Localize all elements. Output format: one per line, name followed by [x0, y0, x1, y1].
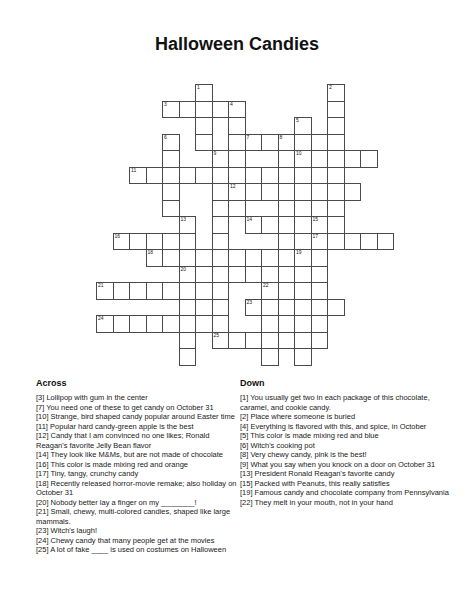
grid-cell[interactable] [261, 266, 279, 284]
grid-cell[interactable] [311, 167, 329, 185]
grid-cell[interactable] [179, 233, 197, 251]
grid-cell[interactable] [278, 233, 296, 251]
grid-cell[interactable] [311, 315, 329, 333]
grid-cell[interactable]: 8 [278, 134, 296, 152]
grid-cell[interactable] [327, 117, 345, 135]
grid-cell[interactable] [179, 167, 197, 185]
grid-cell[interactable]: 14 [245, 216, 263, 234]
grid-cell[interactable]: 15 [311, 216, 329, 234]
grid-cell[interactable] [311, 134, 329, 152]
grid-cell[interactable] [212, 282, 230, 300]
clue-number: 21 [98, 283, 104, 288]
clue: [4] Everything is flavored with this, an… [240, 422, 454, 432]
grid-cell[interactable]: 1 [195, 84, 213, 102]
clue: [17] Tiny, tangy, crunchy candy [36, 469, 241, 479]
grid-cell[interactable] [311, 332, 329, 350]
grid-cell[interactable] [327, 299, 345, 317]
clue-number: 25 [214, 333, 220, 338]
clue-number: 18 [148, 250, 154, 255]
grid-cell[interactable] [278, 200, 296, 218]
grid-cell[interactable] [294, 134, 312, 152]
grid-cell[interactable] [212, 249, 230, 267]
clue: [18] Recently released horror-movie rema… [36, 479, 241, 498]
clue: [15] Packed with Peanuts, this really sa… [240, 479, 454, 489]
grid-cell[interactable] [179, 348, 197, 366]
grid-cell[interactable] [245, 249, 263, 267]
grid-cell[interactable] [294, 266, 312, 284]
clue-number: 19 [296, 250, 302, 255]
grid-cell[interactable] [228, 249, 246, 267]
grid-cell[interactable] [278, 249, 296, 267]
grid-cell[interactable] [294, 332, 312, 350]
clue-number: 3 [164, 102, 167, 107]
grid-cell[interactable] [294, 282, 312, 300]
clue-number: 1 [197, 85, 200, 90]
grid-cell[interactable] [278, 183, 296, 201]
clue: [3] Lollipop with gum in the center [36, 393, 241, 403]
grid-cell[interactable] [278, 332, 296, 350]
grid-cell[interactable]: 20 [179, 266, 197, 284]
grid-cell[interactable] [294, 348, 312, 366]
clue: [7] You need one of these to get candy o… [36, 403, 241, 413]
grid-cell[interactable] [212, 299, 230, 317]
clue: [10] Strange, bird shaped candy popular … [36, 412, 241, 422]
grid-cell[interactable] [212, 101, 230, 119]
grid-cell[interactable]: 21 [96, 282, 114, 300]
grid-cell[interactable] [327, 216, 345, 234]
clue: [24] Chewy candy that many people get at… [36, 536, 241, 546]
grid-cell[interactable]: 9 [212, 150, 230, 168]
grid-cell[interactable] [228, 266, 246, 284]
grid-cell[interactable] [327, 200, 345, 218]
grid-cell[interactable] [195, 167, 213, 185]
grid-cell[interactable] [344, 183, 362, 201]
clue-number: 15 [313, 217, 319, 222]
grid-cell[interactable]: 10 [294, 150, 312, 168]
grid-cell[interactable] [179, 249, 197, 267]
grid-cell[interactable]: 13 [179, 216, 197, 234]
grid-cell[interactable] [311, 266, 329, 284]
grid-cell[interactable] [179, 332, 197, 350]
grid-cell[interactable] [195, 101, 213, 119]
grid-cell[interactable] [327, 233, 345, 251]
grid-cell[interactable] [228, 200, 246, 218]
grid-cell[interactable] [162, 183, 180, 201]
grid-cell[interactable] [278, 150, 296, 168]
grid-cell[interactable] [245, 266, 263, 284]
grid-cell[interactable]: 11 [129, 167, 147, 185]
grid-cell[interactable] [195, 117, 213, 135]
grid-cell[interactable] [294, 299, 312, 317]
clue: [9] What you say when you knock on a doo… [240, 460, 454, 470]
grid-cell[interactable] [261, 315, 279, 333]
page-title: Halloween Candies [0, 34, 474, 55]
clue-number: 8 [280, 135, 283, 140]
across-clues-section: Across [3] Lollipop with gum in the cent… [36, 378, 241, 555]
clue-number: 20 [181, 267, 187, 272]
clue: [2] Place where someone is buried [240, 412, 454, 422]
clue-number: 2 [329, 85, 332, 90]
grid-cell[interactable] [228, 332, 246, 350]
clue: [14] They look like M&Ms, but are not ma… [36, 450, 241, 460]
grid-cell[interactable] [228, 150, 246, 168]
grid-cell[interactable] [327, 183, 345, 201]
grid-cell[interactable]: 23 [245, 299, 263, 317]
grid-cell[interactable] [261, 332, 279, 350]
grid-cell[interactable] [195, 249, 213, 267]
grid-cell[interactable] [261, 216, 279, 234]
clue: [21] Small, chewy, multi-colored candies… [36, 507, 241, 526]
grid-cell[interactable] [162, 150, 180, 168]
grid-cell[interactable] [311, 249, 329, 267]
grid-cell[interactable] [212, 233, 230, 251]
grid-cell[interactable] [311, 183, 329, 201]
grid-cell[interactable]: 18 [146, 249, 164, 267]
grid-cell[interactable] [146, 233, 164, 251]
grid-cell[interactable] [195, 315, 213, 333]
grid-cell[interactable] [179, 299, 197, 317]
grid-cell[interactable]: 7 [245, 134, 263, 152]
clue-number: 9 [214, 151, 217, 156]
clue: [5] This color is made mixing red and bl… [240, 431, 454, 441]
grid-cell[interactable] [261, 348, 279, 366]
grid-cell[interactable] [212, 315, 230, 333]
clue-number: 10 [296, 151, 302, 156]
across-clues-list: [3] Lollipop with gum in the center[7] Y… [36, 393, 241, 555]
grid-cell[interactable] [327, 167, 345, 185]
clue-number: 11 [131, 168, 136, 173]
grid-cell[interactable]: 3 [162, 101, 180, 119]
clue: [1] You usually get two in each package … [240, 393, 454, 412]
clue-number: 6 [164, 135, 167, 140]
grid-cell[interactable] [113, 282, 131, 300]
grid-cell[interactable] [261, 183, 279, 201]
grid-cell[interactable] [212, 183, 230, 201]
grid-cell[interactable] [146, 315, 164, 333]
grid-cell[interactable]: 24 [96, 315, 114, 333]
clue: [19] Famous candy and chocolate company … [240, 488, 454, 498]
clue: [25] A lot of fake ____ is used on costu… [36, 545, 241, 555]
grid-cell[interactable] [294, 315, 312, 333]
grid-cell[interactable] [146, 167, 164, 185]
grid-cell[interactable]: 6 [162, 134, 180, 152]
grid-cell[interactable] [294, 183, 312, 201]
grid-cell[interactable] [179, 282, 197, 300]
grid-cell[interactable] [245, 167, 263, 185]
grid-cell[interactable] [327, 134, 345, 152]
grid-cell[interactable] [146, 282, 164, 300]
grid-cell[interactable] [245, 183, 263, 201]
grid-cell[interactable] [179, 101, 197, 119]
grid-cell[interactable] [278, 266, 296, 284]
grid-cell[interactable] [344, 150, 362, 168]
grid-cell[interactable] [294, 216, 312, 234]
clue-number: 23 [247, 300, 253, 305]
grid-cell[interactable]: 19 [294, 249, 312, 267]
grid-cell[interactable]: 12 [228, 183, 246, 201]
grid-cell[interactable] [311, 150, 329, 168]
clue-number: 16 [115, 234, 121, 239]
grid-cell[interactable] [278, 299, 296, 317]
grid-cell[interactable]: 4 [228, 101, 246, 119]
grid-cell[interactable] [179, 315, 197, 333]
grid-cell[interactable] [327, 101, 345, 119]
clue-number: 7 [247, 135, 250, 140]
crossword-grid: 1234567891011121314151617181920212223242… [96, 84, 396, 368]
grid-cell[interactable] [228, 167, 246, 185]
grid-cell[interactable]: 22 [261, 282, 279, 300]
clue-number: 22 [263, 283, 269, 288]
grid-cell[interactable] [162, 282, 180, 300]
clue: [6] Witch's cooking pot [240, 441, 454, 451]
grid-cell[interactable] [228, 117, 246, 135]
clue: [16] This color is made mixing red and o… [36, 460, 241, 470]
grid-cell[interactable] [129, 282, 147, 300]
clue-number: 24 [98, 316, 104, 321]
clue: [23] Witch's laugh! [36, 526, 241, 536]
grid-cell[interactable] [261, 167, 279, 185]
grid-cell[interactable] [212, 266, 230, 284]
grid-cell[interactable]: 5 [294, 117, 312, 135]
grid-cell[interactable] [294, 200, 312, 218]
clue: [20] Nobody better lay a finger on my __… [36, 498, 241, 508]
grid-cell[interactable]: 2 [327, 84, 345, 102]
grid-cell[interactable] [162, 200, 180, 218]
grid-cell[interactable] [261, 134, 279, 152]
grid-cell[interactable] [360, 150, 378, 168]
grid-cell[interactable] [162, 315, 180, 333]
grid-cell[interactable] [360, 233, 378, 251]
down-header: Down [240, 378, 454, 388]
grid-cell[interactable] [195, 134, 213, 152]
grid-cell[interactable] [162, 233, 180, 251]
across-header: Across [36, 378, 241, 388]
clue-number: 12 [230, 184, 236, 189]
down-clues-list: [1] You usually get two in each package … [240, 393, 454, 507]
grid-cell[interactable] [327, 150, 345, 168]
clue: [22] They melt in your mouth, not in you… [240, 498, 454, 508]
clue-number: 17 [313, 234, 319, 239]
grid-cell[interactable] [261, 299, 279, 317]
grid-cell[interactable]: 25 [212, 332, 230, 350]
down-clues-section: Down [1] You usually get two in each pac… [240, 378, 454, 507]
grid-cell[interactable] [311, 282, 329, 300]
grid-cell[interactable] [113, 315, 131, 333]
clue-number: 5 [296, 118, 299, 123]
grid-cell[interactable] [278, 216, 296, 234]
grid-cell[interactable] [195, 266, 213, 284]
clue: [11] Popular hard candy-green apple is t… [36, 422, 241, 432]
grid-cell[interactable] [245, 332, 263, 350]
grid-cell[interactable] [377, 233, 395, 251]
clue-number: 4 [230, 102, 233, 107]
grid-cell[interactable] [129, 315, 147, 333]
grid-cell[interactable] [344, 233, 362, 251]
grid-cell[interactable] [162, 167, 180, 185]
grid-cell[interactable]: 17 [311, 233, 329, 251]
grid-cell[interactable] [129, 233, 147, 251]
grid-cell[interactable] [228, 134, 246, 152]
grid-cell[interactable] [294, 167, 312, 185]
clue-number: 13 [181, 217, 187, 222]
clue: [8] Very chewy candy, pink is the best! [240, 450, 454, 460]
grid-cell[interactable] [212, 200, 230, 218]
grid-cell[interactable] [278, 167, 296, 185]
grid-cell[interactable] [261, 249, 279, 267]
clue-number: 14 [247, 217, 253, 222]
grid-cell[interactable] [212, 216, 230, 234]
grid-cell[interactable] [195, 282, 213, 300]
grid-cell[interactable] [311, 299, 329, 317]
grid-cell[interactable]: 16 [113, 233, 131, 251]
clue: [12] Candy that I am convinced no one li… [36, 431, 241, 450]
grid-cell[interactable] [162, 249, 180, 267]
grid-cell[interactable] [212, 167, 230, 185]
clue: [13] President Ronald Reagan's favorite … [240, 469, 454, 479]
